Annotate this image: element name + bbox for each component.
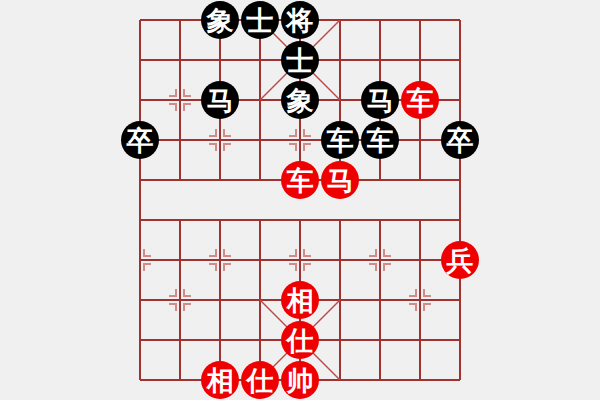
red-elephant[interactable]: 相	[201, 361, 239, 399]
red-advisor[interactable]: 仕	[281, 321, 319, 359]
red-general[interactable]: 帅	[281, 361, 319, 399]
xiangqi-app: 象士将士马象马车卒车车卒车马兵相仕相仕帅	[0, 0, 600, 400]
black-horse[interactable]: 马	[361, 81, 399, 119]
black-soldier[interactable]: 卒	[441, 121, 479, 159]
black-soldier[interactable]: 卒	[121, 121, 159, 159]
red-chariot[interactable]: 车	[401, 81, 439, 119]
black-elephant[interactable]: 象	[281, 81, 319, 119]
red-advisor[interactable]: 仕	[241, 361, 279, 399]
black-advisor[interactable]: 士	[281, 41, 319, 79]
black-advisor[interactable]: 士	[241, 1, 279, 39]
red-chariot[interactable]: 车	[281, 161, 319, 199]
red-horse[interactable]: 马	[321, 161, 359, 199]
black-chariot[interactable]: 车	[321, 121, 359, 159]
pieces-layer: 象士将士马象马车卒车车卒车马兵相仕相仕帅	[0, 0, 600, 400]
red-soldier[interactable]: 兵	[441, 241, 479, 279]
black-elephant[interactable]: 象	[201, 1, 239, 39]
black-horse[interactable]: 马	[201, 81, 239, 119]
black-general[interactable]: 将	[281, 1, 319, 39]
red-elephant[interactable]: 相	[281, 281, 319, 319]
black-chariot[interactable]: 车	[361, 121, 399, 159]
